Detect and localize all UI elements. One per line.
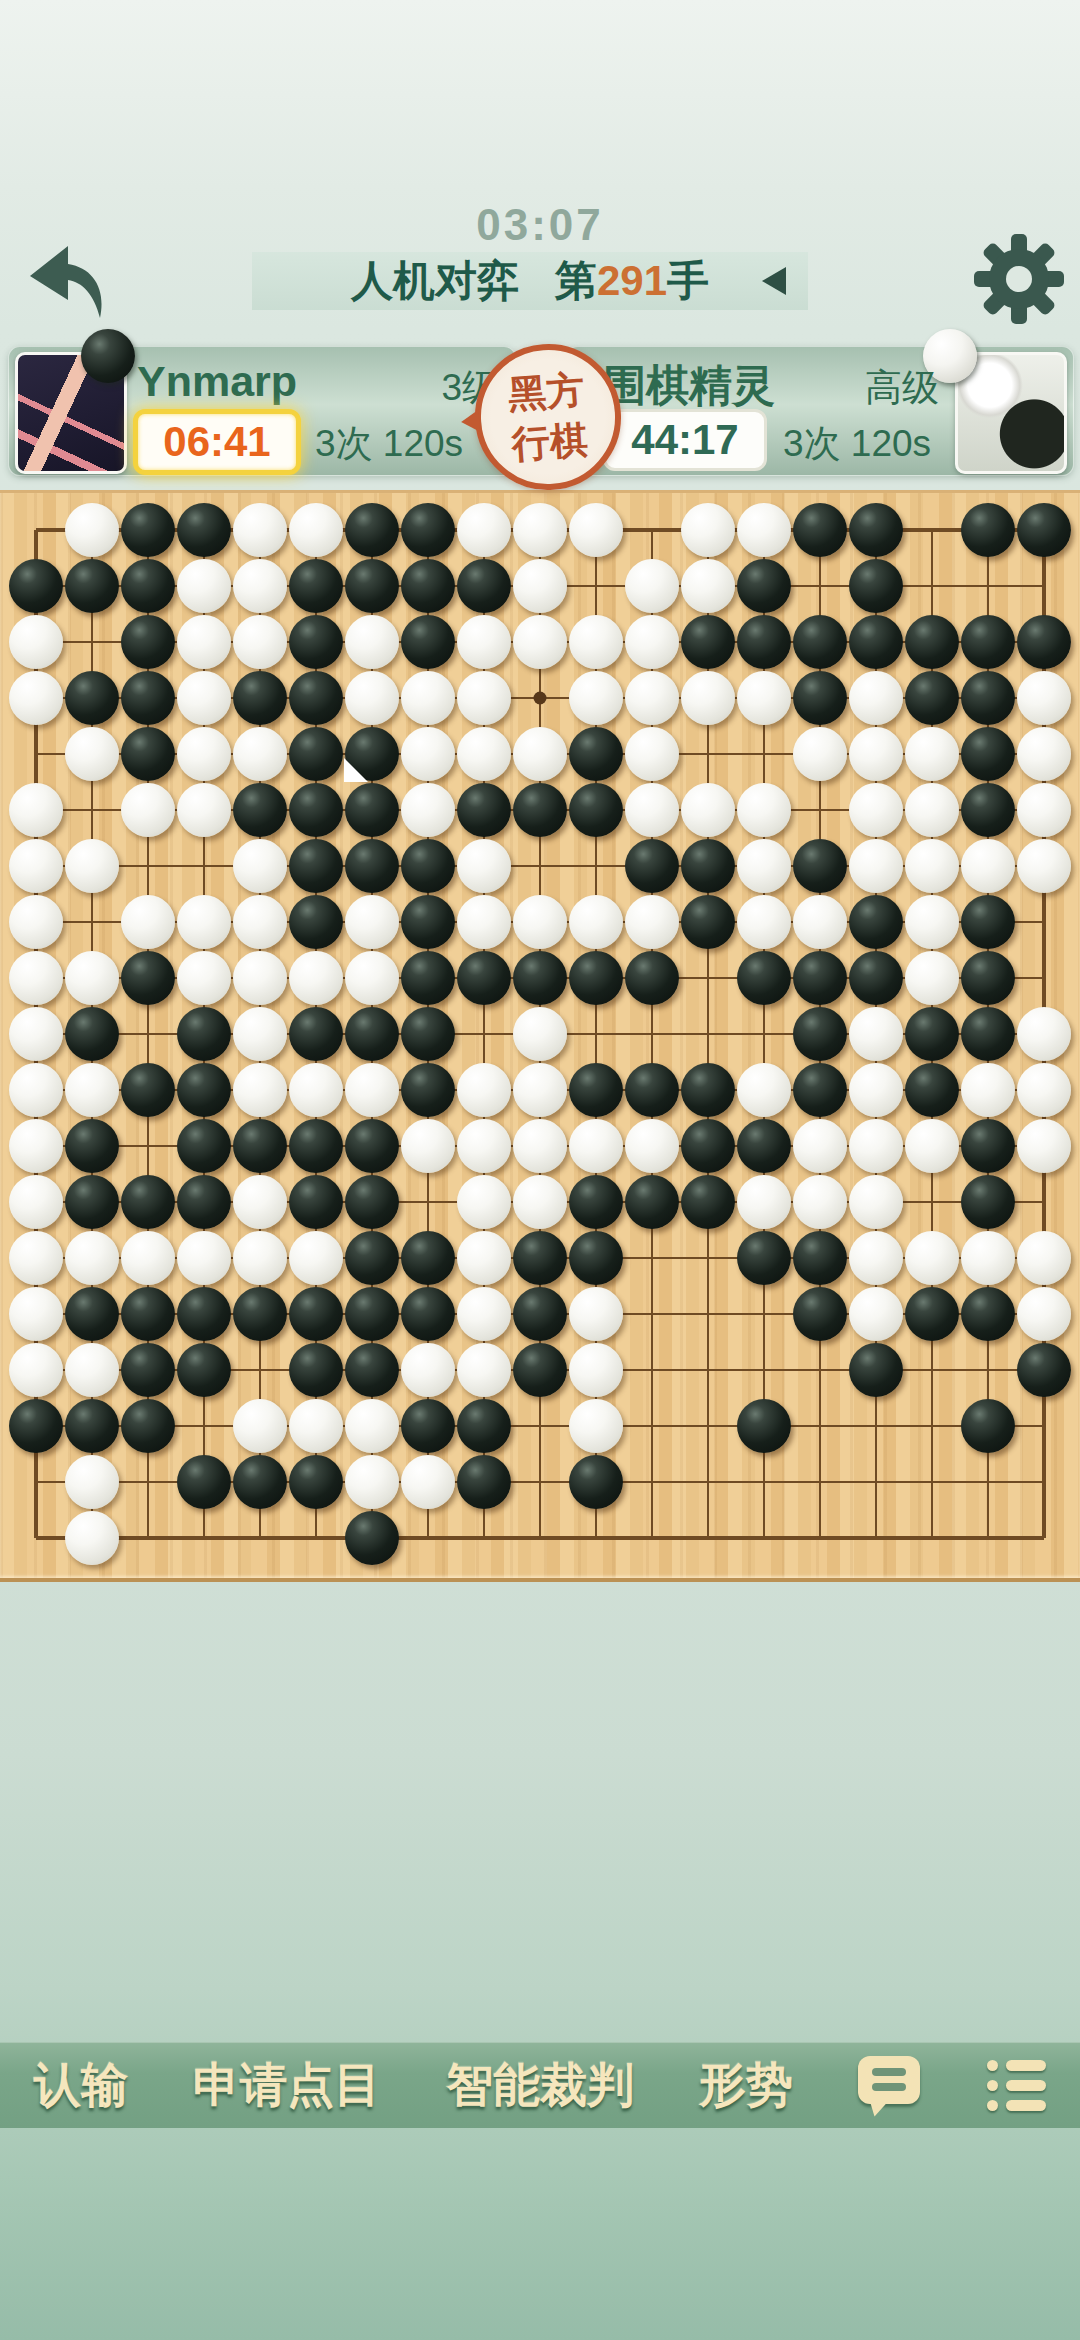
black-stone [345,503,399,557]
black-stone [961,615,1015,669]
black-stone [681,1063,735,1117]
white-stone [849,1287,903,1341]
white-stone [625,559,679,613]
white-stone [569,615,623,669]
black-stone [513,1287,567,1341]
white-stone [849,1063,903,1117]
black-stone [345,727,399,781]
white-stone [65,839,119,893]
white-stone [345,895,399,949]
black-stone [121,1343,175,1397]
black-stone [737,1399,791,1453]
white-stone [401,783,455,837]
black-stone [289,615,343,669]
white-stone [905,895,959,949]
black-stone [401,1231,455,1285]
black-stone [177,1343,231,1397]
white-stone [345,615,399,669]
black-stone [737,615,791,669]
seal-arrow-icon [460,410,479,433]
black-stone [849,615,903,669]
black-stone [401,615,455,669]
black-stone [401,951,455,1005]
black-stone [177,1007,231,1061]
white-stone [625,783,679,837]
white-stone [9,615,63,669]
white-stone [905,951,959,1005]
white-stone [569,1287,623,1341]
black-stone [401,1007,455,1061]
white-stone [569,1343,623,1397]
white-stone [513,503,567,557]
black-stone [401,559,455,613]
white-stone [401,727,455,781]
white-stone [569,1399,623,1453]
black-stone [681,1119,735,1173]
player-timer: 06:41 [133,409,301,475]
white-stone [625,1119,679,1173]
black-stone [121,1063,175,1117]
white-stone [513,1063,567,1117]
black-stone [289,895,343,949]
white-stone [345,1063,399,1117]
black-stone [793,839,847,893]
black-stone [681,895,735,949]
white-stone [1017,1231,1071,1285]
goban[interactable] [0,490,1080,1582]
white-stone [177,951,231,1005]
white-stone [9,1175,63,1229]
white-stone [681,783,735,837]
black-stone [513,1231,567,1285]
black-stone [65,1399,119,1453]
white-stone [513,1007,567,1061]
white-stone [177,727,231,781]
white-stone [681,671,735,725]
black-stone [961,727,1015,781]
white-stone [233,1399,287,1453]
black-stone [401,1287,455,1341]
white-stone [345,671,399,725]
black-stone [177,503,231,557]
black-stone [681,839,735,893]
black-stone [737,559,791,613]
menu-list-button[interactable] [987,2060,1046,2111]
white-stone [513,559,567,613]
black-stone [737,1119,791,1173]
white-stone [9,1007,63,1061]
black-stone [177,1287,231,1341]
black-stone [961,1007,1015,1061]
black-stone [233,671,287,725]
white-stone [121,783,175,837]
black-stone [289,1119,343,1173]
white-stone [1017,1119,1071,1173]
white-stone [1017,671,1071,725]
move-counter: 第291手 [555,253,709,309]
game-clock: 03:07 [0,200,1080,250]
black-stone [905,1007,959,1061]
black-stone [569,1063,623,1117]
request-count-button[interactable]: 申请点目 [193,2054,381,2117]
white-stone [1017,1007,1071,1061]
white-stone [737,783,791,837]
white-stone [233,615,287,669]
black-stone [961,951,1015,1005]
black-stone [289,1175,343,1229]
black-stone [569,1455,623,1509]
game-mode-title: 人机对弈 [351,253,519,309]
white-stone [401,1343,455,1397]
black-stone [9,1399,63,1453]
black-stone [513,1343,567,1397]
white-stone [9,1063,63,1117]
black-stone [681,1175,735,1229]
black-stone [625,839,679,893]
black-stone [345,1343,399,1397]
white-stone [737,1063,791,1117]
black-stone [961,1175,1015,1229]
black-stone [401,895,455,949]
white-stone [513,1119,567,1173]
black-stone [793,1007,847,1061]
black-stone [121,559,175,613]
black-stone [793,1063,847,1117]
white-stone [849,1231,903,1285]
player-card-black: Ynmarp 3级 06:41 3次 120s [8,346,516,476]
black-stone [289,727,343,781]
white-stone [289,503,343,557]
ai-referee-button[interactable]: 智能裁判 [446,2054,634,2117]
black-stone [65,1175,119,1229]
black-stone [289,839,343,893]
black-stone [1017,503,1071,557]
white-stone [177,559,231,613]
white-stone [457,1231,511,1285]
white-stone [233,951,287,1005]
black-stone [961,895,1015,949]
black-stone [289,559,343,613]
black-stone [233,1455,287,1509]
black-stone [65,671,119,725]
white-stone [457,503,511,557]
white-stone [9,951,63,1005]
black-stone [849,951,903,1005]
black-stone [233,1119,287,1173]
white-stone [905,1119,959,1173]
black-stone [625,951,679,1005]
black-stone [513,951,567,1005]
black-stone [793,951,847,1005]
black-stone [177,1063,231,1117]
white-stone [65,951,119,1005]
white-stone [289,1063,343,1117]
white-stone [1017,727,1071,781]
black-stone [9,559,63,613]
white-stone [681,559,735,613]
white-stone [233,839,287,893]
white-stone [65,1231,119,1285]
white-stone [1017,783,1071,837]
black-stone [345,1511,399,1565]
white-stone [625,895,679,949]
black-stone [289,783,343,837]
white-stone [9,671,63,725]
chat-button[interactable] [858,2056,922,2116]
black-stone [569,727,623,781]
white-stone [345,1399,399,1453]
black-stone [121,1399,175,1453]
black-stone [905,671,959,725]
white-stone [849,727,903,781]
white-stone [233,503,287,557]
white-stone [233,1175,287,1229]
white-stone [849,783,903,837]
white-stone [401,1455,455,1509]
black-stone [457,1399,511,1453]
white-stone [457,615,511,669]
settings-button[interactable] [972,232,1066,326]
white-stone [345,951,399,1005]
white-stone [401,1119,455,1173]
white-stone [9,1287,63,1341]
black-stone [233,1287,287,1341]
black-stone [289,1455,343,1509]
white-stone [793,895,847,949]
white-stone [457,895,511,949]
white-stone [9,1231,63,1285]
white-stone [457,1119,511,1173]
black-stone [121,727,175,781]
black-stone [401,839,455,893]
black-stone [457,559,511,613]
white-stone [905,783,959,837]
player-name: Ynmarp [137,357,297,406]
black-stone [457,1455,511,1509]
chat-bubble-icon [858,2056,920,2104]
black-stone-badge [81,329,135,383]
black-stone [289,1343,343,1397]
black-stone [65,1287,119,1341]
white-stone [457,839,511,893]
black-stone [961,1399,1015,1453]
black-stone [233,783,287,837]
white-stone [289,951,343,1005]
black-stone [121,615,175,669]
white-stone [289,1399,343,1453]
black-stone [457,951,511,1005]
white-stone [9,895,63,949]
white-stone [513,615,567,669]
black-stone [793,1287,847,1341]
black-stone [457,783,511,837]
white-stone [233,1007,287,1061]
white-stone [289,1231,343,1285]
back-button[interactable] [16,234,106,324]
white-stone [177,895,231,949]
white-stone [65,503,119,557]
white-stone [9,783,63,837]
black-stone [121,951,175,1005]
black-stone [345,1175,399,1229]
black-stone [289,671,343,725]
black-stone [737,951,791,1005]
black-stone [1017,1343,1071,1397]
white-stone [905,1231,959,1285]
white-stone [457,1343,511,1397]
black-stone [121,1287,175,1341]
black-stone [625,1063,679,1117]
white-stone [737,895,791,949]
white-stone [961,1063,1015,1117]
white-stone [1017,1063,1071,1117]
black-stone [737,1231,791,1285]
black-stone [121,671,175,725]
white-stone [457,671,511,725]
black-stone [401,1063,455,1117]
white-stone [1017,839,1071,893]
black-stone [401,503,455,557]
white-stone [9,1119,63,1173]
white-stone [177,783,231,837]
white-stone [233,1063,287,1117]
black-stone [849,895,903,949]
white-stone [457,1175,511,1229]
black-stone [849,503,903,557]
black-stone [961,671,1015,725]
black-stone [65,1119,119,1173]
black-stone [177,1455,231,1509]
black-stone [905,1063,959,1117]
white-stone [625,727,679,781]
white-stone [177,615,231,669]
black-stone [681,615,735,669]
black-stone [793,503,847,557]
white-stone [65,727,119,781]
white-stone [569,503,623,557]
black-stone [569,1175,623,1229]
black-stone [177,1175,231,1229]
white-stone [905,727,959,781]
black-stone [345,839,399,893]
black-stone [569,783,623,837]
black-stone [513,783,567,837]
white-stone [737,671,791,725]
white-stone [849,1175,903,1229]
ai-name: 围棋精灵 [603,357,775,415]
white-stone [65,1455,119,1509]
white-stone [737,503,791,557]
black-stone [345,1231,399,1285]
ai-byoyomi: 3次 120s [783,419,931,469]
resign-button[interactable]: 认输 [34,2054,128,2117]
white-stone [905,839,959,893]
black-stone [345,559,399,613]
black-stone [569,951,623,1005]
white-stone [513,727,567,781]
white-stone [793,1175,847,1229]
black-stone [345,1119,399,1173]
white-stone [513,895,567,949]
white-stone [849,1007,903,1061]
black-stone [849,1343,903,1397]
black-stone [793,615,847,669]
white-stone [233,1231,287,1285]
bottom-toolbar: 认输 申请点目 智能裁判 形势 [0,2042,1080,2128]
white-stone [849,1119,903,1173]
white-stone [1017,1287,1071,1341]
black-stone [345,1007,399,1061]
white-stone [401,671,455,725]
black-stone [961,783,1015,837]
white-stone [121,1231,175,1285]
black-stone [1017,615,1071,669]
white-stone [177,671,231,725]
collapse-arrow-icon[interactable] [762,267,786,295]
white-stone [65,1511,119,1565]
black-stone [961,1287,1015,1341]
white-stone [569,1119,623,1173]
black-stone [625,1175,679,1229]
white-stone [233,727,287,781]
black-stone [289,1007,343,1061]
white-stone [177,1231,231,1285]
white-stone [849,839,903,893]
black-stone [121,503,175,557]
white-stone [121,895,175,949]
black-stone [401,1399,455,1453]
white-stone [457,1063,511,1117]
black-stone [345,783,399,837]
black-stone [793,671,847,725]
white-stone [233,559,287,613]
white-stone [569,895,623,949]
white-stone [961,1231,1015,1285]
black-stone [961,1119,1015,1173]
white-stone [569,671,623,725]
player-byoyomi: 3次 120s [315,419,463,469]
white-stone [65,1343,119,1397]
black-stone [961,503,1015,557]
black-stone [177,1119,231,1173]
black-stone [793,1231,847,1285]
territory-button[interactable]: 形势 [699,2054,793,2117]
white-stone [65,1063,119,1117]
white-stone [457,727,511,781]
back-arrow-icon [16,234,106,324]
white-stone [793,1119,847,1173]
title-bar: 人机对弈 第291手 [252,252,808,310]
white-stone [9,1343,63,1397]
black-stone [569,1231,623,1285]
ai-rank: 高级 [865,363,939,413]
black-stone [905,615,959,669]
ai-timer: 44:17 [603,409,767,471]
white-stone [345,1455,399,1509]
gear-icon [972,232,1066,326]
black-stone [65,559,119,613]
white-stone [961,839,1015,893]
white-stone [681,503,735,557]
last-move-marker [344,758,368,782]
player-card-white: 围棋精灵 高级 44:17 3次 120s [566,346,1074,476]
white-stone [737,839,791,893]
black-stone [65,1007,119,1061]
white-stone [9,839,63,893]
white-stone [513,1175,567,1229]
black-stone [289,1287,343,1341]
white-stone [849,671,903,725]
